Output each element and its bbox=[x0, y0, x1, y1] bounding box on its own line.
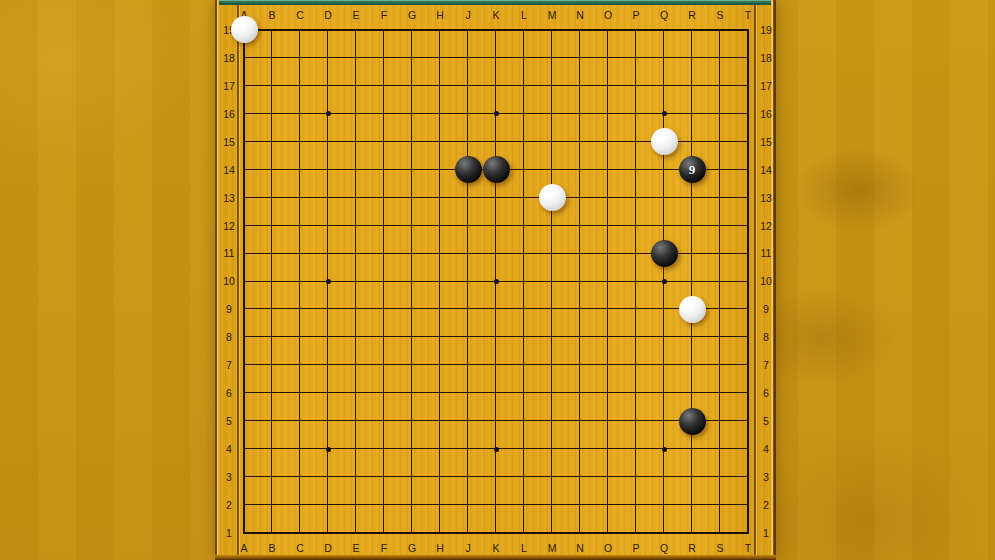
black-stone-j14 bbox=[455, 156, 482, 183]
star-point-d4 bbox=[326, 447, 331, 452]
white-stone-r9 bbox=[679, 296, 706, 323]
star-point-k10 bbox=[494, 279, 499, 284]
screen-background: ABCDEFGHJKLMNOPQRST ABCDEFGHJKLMNOPQRST … bbox=[0, 0, 995, 560]
black-stone-k14 bbox=[483, 156, 510, 183]
go-board-panel: ABCDEFGHJKLMNOPQRST ABCDEFGHJKLMNOPQRST … bbox=[215, 0, 776, 560]
move-number-label: 9 bbox=[689, 163, 696, 176]
board-intersections[interactable]: 9 bbox=[230, 16, 762, 547]
star-point-k16 bbox=[494, 111, 499, 116]
star-point-q4 bbox=[662, 447, 667, 452]
white-stone-a19 bbox=[231, 16, 258, 43]
star-point-q16 bbox=[662, 111, 667, 116]
white-stone-q15 bbox=[651, 128, 678, 155]
star-point-k4 bbox=[494, 447, 499, 452]
black-stone-r5 bbox=[679, 408, 706, 435]
black-stone-r14: 9 bbox=[679, 156, 706, 183]
star-point-d10 bbox=[326, 279, 331, 284]
star-point-d16 bbox=[326, 111, 331, 116]
white-stone-m13 bbox=[539, 184, 566, 211]
black-stone-q11 bbox=[651, 240, 678, 267]
star-point-q10 bbox=[662, 279, 667, 284]
board-bottom-edge bbox=[215, 555, 776, 560]
